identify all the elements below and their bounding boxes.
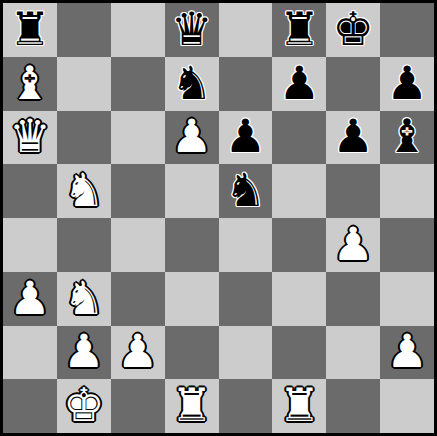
square-f6[interactable] — [272, 111, 326, 165]
square-a2[interactable] — [3, 326, 57, 380]
square-f8[interactable]: ♜ — [272, 3, 326, 57]
piece-black-rook: ♜ — [9, 6, 50, 52]
piece-white-knight: ♞ — [63, 275, 104, 321]
square-a1[interactable] — [3, 379, 57, 433]
square-d3[interactable] — [165, 272, 219, 326]
square-c3[interactable] — [111, 272, 165, 326]
square-e4[interactable] — [219, 218, 273, 272]
square-f7[interactable]: ♟ — [272, 57, 326, 111]
square-e1[interactable] — [219, 379, 273, 433]
square-g5[interactable] — [326, 164, 380, 218]
square-a3[interactable]: ♟ — [3, 272, 57, 326]
square-b3[interactable]: ♞ — [57, 272, 111, 326]
square-h1[interactable] — [380, 379, 434, 433]
square-b4[interactable] — [57, 218, 111, 272]
square-b1[interactable]: ♚ — [57, 379, 111, 433]
square-c8[interactable] — [111, 3, 165, 57]
square-h6[interactable]: ♝ — [380, 111, 434, 165]
square-e3[interactable] — [219, 272, 273, 326]
piece-black-king: ♚ — [333, 6, 374, 52]
piece-white-pawn: ♟ — [386, 328, 427, 374]
square-c7[interactable] — [111, 57, 165, 111]
square-f4[interactable] — [272, 218, 326, 272]
square-d6[interactable]: ♟ — [165, 111, 219, 165]
piece-white-pawn: ♟ — [117, 328, 158, 374]
square-g1[interactable] — [326, 379, 380, 433]
piece-white-rook: ♜ — [279, 382, 320, 428]
square-g8[interactable]: ♚ — [326, 3, 380, 57]
square-d7[interactable]: ♞ — [165, 57, 219, 111]
square-a8[interactable]: ♜ — [3, 3, 57, 57]
square-c4[interactable] — [111, 218, 165, 272]
square-d5[interactable] — [165, 164, 219, 218]
square-g4[interactable]: ♟ — [326, 218, 380, 272]
square-b8[interactable] — [57, 3, 111, 57]
square-e6[interactable]: ♟ — [219, 111, 273, 165]
square-c2[interactable]: ♟ — [111, 326, 165, 380]
square-h5[interactable] — [380, 164, 434, 218]
piece-white-queen: ♛ — [9, 113, 50, 159]
square-f1[interactable]: ♜ — [272, 379, 326, 433]
piece-black-pawn: ♟ — [333, 113, 374, 159]
piece-white-pawn: ♟ — [9, 275, 50, 321]
square-c5[interactable] — [111, 164, 165, 218]
square-d2[interactable] — [165, 326, 219, 380]
piece-white-bishop: ♝ — [9, 60, 50, 106]
square-d8[interactable]: ♛ — [165, 3, 219, 57]
piece-white-pawn: ♟ — [171, 113, 212, 159]
square-a4[interactable] — [3, 218, 57, 272]
square-e8[interactable] — [219, 3, 273, 57]
square-h7[interactable]: ♟ — [380, 57, 434, 111]
piece-white-knight: ♞ — [63, 167, 104, 213]
square-f3[interactable] — [272, 272, 326, 326]
square-h3[interactable] — [380, 272, 434, 326]
piece-black-pawn: ♟ — [225, 113, 266, 159]
piece-black-knight: ♞ — [171, 60, 212, 106]
square-b6[interactable] — [57, 111, 111, 165]
square-h8[interactable] — [380, 3, 434, 57]
piece-white-pawn: ♟ — [333, 221, 374, 267]
piece-black-pawn: ♟ — [279, 60, 320, 106]
square-a6[interactable]: ♛ — [3, 111, 57, 165]
square-g7[interactable] — [326, 57, 380, 111]
square-e5[interactable]: ♞ — [219, 164, 273, 218]
square-h2[interactable]: ♟ — [380, 326, 434, 380]
piece-black-queen: ♛ — [171, 6, 212, 52]
square-b5[interactable]: ♞ — [57, 164, 111, 218]
piece-white-king: ♚ — [63, 382, 104, 428]
chess-board: ♜♛♜♚♝♞♟♟♛♟♟♟♝♞♞♟♟♞♟♟♟♚♜♜ — [0, 0, 437, 436]
square-c1[interactable] — [111, 379, 165, 433]
square-e7[interactable] — [219, 57, 273, 111]
square-b7[interactable] — [57, 57, 111, 111]
square-h4[interactable] — [380, 218, 434, 272]
square-f5[interactable] — [272, 164, 326, 218]
piece-white-rook: ♜ — [171, 382, 212, 428]
square-d1[interactable]: ♜ — [165, 379, 219, 433]
piece-black-knight: ♞ — [225, 167, 266, 213]
square-g6[interactable]: ♟ — [326, 111, 380, 165]
square-a7[interactable]: ♝ — [3, 57, 57, 111]
square-a5[interactable] — [3, 164, 57, 218]
square-f2[interactable] — [272, 326, 326, 380]
piece-white-pawn: ♟ — [63, 328, 104, 374]
board-grid: ♜♛♜♚♝♞♟♟♛♟♟♟♝♞♞♟♟♞♟♟♟♚♜♜ — [3, 3, 434, 433]
square-g2[interactable] — [326, 326, 380, 380]
square-b2[interactable]: ♟ — [57, 326, 111, 380]
square-g3[interactable] — [326, 272, 380, 326]
piece-black-bishop: ♝ — [386, 113, 427, 159]
square-c6[interactable] — [111, 111, 165, 165]
piece-black-rook: ♜ — [279, 6, 320, 52]
square-e2[interactable] — [219, 326, 273, 380]
square-d4[interactable] — [165, 218, 219, 272]
piece-black-pawn: ♟ — [386, 60, 427, 106]
